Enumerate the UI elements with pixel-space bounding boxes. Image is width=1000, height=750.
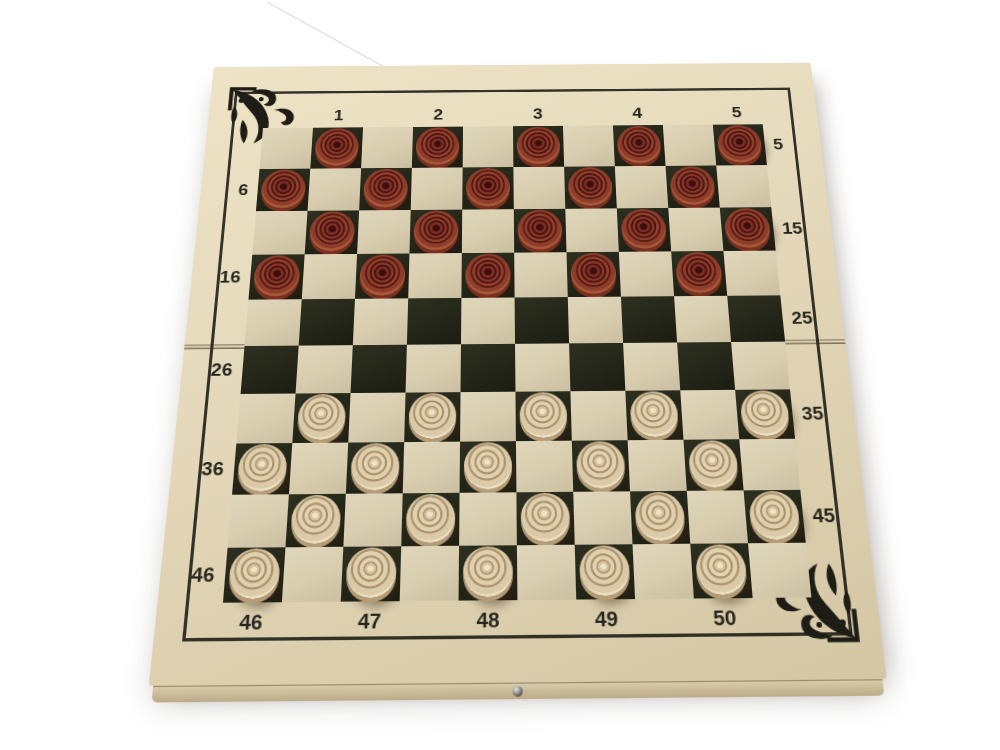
square-38[interactable]: [460, 441, 517, 493]
light-square: [668, 208, 723, 252]
light-square: [513, 167, 565, 210]
light-square: [663, 125, 716, 166]
light-white-piece[interactable]: [228, 548, 282, 599]
square-47[interactable]: [341, 546, 401, 601]
light-square: [565, 208, 619, 252]
light-square: [573, 491, 632, 544]
square-13[interactable]: [514, 209, 567, 253]
light-white-piece[interactable]: [463, 546, 513, 597]
square-43[interactable]: [516, 492, 574, 545]
light-square: [400, 546, 459, 601]
label-left-6: 6: [215, 181, 249, 200]
light-square: [462, 209, 514, 253]
light-square: [517, 545, 576, 600]
label-right-15: 15: [781, 219, 816, 238]
dark-red-piece[interactable]: [669, 166, 715, 205]
square-1[interactable]: [310, 127, 363, 168]
light-square: [460, 392, 516, 442]
square-50[interactable]: [690, 543, 752, 598]
square-10[interactable]: [666, 165, 720, 207]
dark-red-piece[interactable]: [568, 167, 613, 206]
light-square: [296, 345, 353, 393]
label-bottom-50: 50: [706, 606, 743, 631]
dark-red-piece[interactable]: [253, 255, 301, 297]
dark-red-piece[interactable]: [260, 169, 307, 208]
dark-red-piece[interactable]: [570, 253, 616, 295]
square-36[interactable]: [232, 443, 292, 495]
light-white-piece[interactable]: [406, 494, 456, 543]
label-left-16: 16: [206, 267, 241, 287]
light-white-piece[interactable]: [695, 544, 748, 595]
light-square: [687, 490, 748, 543]
square-5[interactable]: [713, 124, 767, 165]
dark-red-piece[interactable]: [465, 254, 510, 296]
draughts-board: 123454647484950616263646515253545: [149, 63, 887, 686]
light-square: [353, 298, 408, 345]
square-25[interactable]: [727, 295, 785, 342]
light-square: [680, 390, 739, 440]
square-7[interactable]: [359, 168, 412, 211]
label-bottom-46: 46: [232, 610, 269, 635]
light-white-piece[interactable]: [408, 393, 456, 439]
square-12[interactable]: [409, 210, 462, 254]
light-square: [406, 344, 461, 392]
dark-red-piece[interactable]: [517, 127, 561, 165]
light-square: [570, 391, 627, 441]
label-left-36: 36: [187, 458, 225, 481]
label-top-3: 3: [523, 105, 553, 123]
dark-red-piece[interactable]: [416, 127, 460, 165]
light-square: [563, 125, 615, 166]
light-square: [463, 126, 514, 167]
light-square: [674, 296, 731, 343]
light-square: [516, 441, 573, 493]
light-white-piece[interactable]: [748, 491, 801, 540]
light-white-piece[interactable]: [290, 495, 342, 544]
dark-red-piece[interactable]: [359, 254, 406, 296]
square-19[interactable]: [567, 252, 621, 297]
square-18[interactable]: [461, 253, 514, 298]
light-white-piece[interactable]: [576, 441, 626, 488]
light-white-piece[interactable]: [520, 392, 568, 438]
light-white-piece[interactable]: [464, 442, 512, 489]
square-4[interactable]: [613, 125, 666, 166]
light-square: [461, 298, 515, 345]
square-28[interactable]: [461, 344, 516, 392]
light-square: [259, 128, 312, 169]
light-square: [723, 251, 780, 296]
square-49[interactable]: [575, 544, 635, 599]
square-30[interactable]: [677, 342, 735, 390]
square-35[interactable]: [735, 389, 795, 439]
dark-red-piece[interactable]: [309, 211, 356, 251]
label-right-5: 5: [772, 135, 806, 153]
light-square: [343, 493, 402, 546]
label-top-4: 4: [622, 104, 652, 122]
square-31[interactable]: [292, 393, 350, 443]
square-23[interactable]: [515, 297, 569, 344]
dark-red-piece[interactable]: [466, 168, 510, 207]
square-26[interactable]: [241, 346, 299, 394]
light-white-piece[interactable]: [629, 391, 679, 437]
dark-red-piece[interactable]: [314, 128, 359, 166]
square-48[interactable]: [459, 545, 518, 600]
square-24[interactable]: [621, 296, 677, 343]
light-square: [628, 440, 687, 492]
square-20[interactable]: [671, 251, 727, 296]
light-square: [348, 393, 405, 443]
square-15[interactable]: [720, 207, 776, 251]
light-square: [514, 252, 568, 297]
light-square: [739, 439, 800, 491]
square-40[interactable]: [683, 439, 743, 491]
light-square: [302, 254, 357, 299]
light-white-piece[interactable]: [345, 547, 397, 598]
square-29[interactable]: [569, 343, 625, 391]
square-39[interactable]: [572, 440, 630, 492]
square-11[interactable]: [305, 210, 359, 254]
dark-red-piece[interactable]: [518, 210, 563, 250]
light-square: [716, 165, 771, 207]
label-right-35: 35: [801, 403, 838, 425]
dark-red-piece[interactable]: [617, 126, 662, 164]
light-white-piece[interactable]: [739, 390, 790, 436]
clasp-screw-icon: [513, 686, 523, 697]
square-17[interactable]: [355, 253, 409, 298]
light-square: [289, 443, 348, 495]
board-scene: 123454647484950616263646515253545: [185, 16, 845, 666]
square-44[interactable]: [630, 491, 690, 544]
square-34[interactable]: [625, 390, 683, 440]
square-3[interactable]: [513, 126, 564, 167]
square-41[interactable]: [285, 494, 345, 548]
square-21[interactable]: [299, 299, 355, 346]
label-bottom-48: 48: [470, 608, 505, 633]
light-square: [623, 342, 680, 390]
coordinate-labels: 123454647484950616263646515253545: [214, 63, 811, 67]
square-14[interactable]: [617, 208, 671, 252]
square-32[interactable]: [404, 392, 460, 442]
label-left-26: 26: [197, 359, 233, 380]
light-square: [357, 210, 411, 254]
light-square: [245, 299, 302, 346]
light-square: [615, 166, 668, 208]
dark-red-piece[interactable]: [621, 209, 667, 249]
label-right-45: 45: [811, 504, 850, 528]
square-6[interactable]: [256, 169, 310, 212]
dark-red-piece[interactable]: [675, 252, 723, 294]
square-37[interactable]: [346, 442, 404, 494]
dark-red-piece[interactable]: [363, 169, 408, 208]
light-white-piece[interactable]: [350, 443, 400, 490]
light-square: [252, 211, 307, 255]
light-square: [236, 394, 295, 444]
label-top-2: 2: [423, 106, 453, 124]
light-square: [408, 253, 462, 298]
dark-red-piece[interactable]: [724, 208, 772, 248]
light-square: [282, 547, 343, 602]
light-square: [411, 167, 463, 210]
label-top-1: 1: [323, 107, 354, 125]
square-16[interactable]: [248, 254, 304, 299]
light-square: [568, 297, 623, 344]
label-top-5: 5: [721, 104, 752, 122]
square-2[interactable]: [412, 127, 463, 168]
light-white-piece[interactable]: [688, 440, 739, 487]
square-45[interactable]: [744, 490, 806, 543]
label-left-46: 46: [176, 563, 215, 587]
label-bottom-49: 49: [588, 607, 624, 632]
light-square: [228, 494, 289, 548]
light-white-piece[interactable]: [579, 545, 631, 596]
square-46[interactable]: [223, 547, 286, 602]
dark-red-piece[interactable]: [413, 210, 458, 250]
square-9[interactable]: [564, 166, 617, 209]
squares-grid: [223, 124, 811, 602]
square-8[interactable]: [462, 167, 514, 210]
square-27[interactable]: [351, 345, 407, 393]
light-square: [459, 492, 517, 545]
label-right-25: 25: [791, 308, 827, 329]
square-22[interactable]: [407, 298, 462, 345]
light-square: [308, 168, 362, 211]
light-white-piece[interactable]: [634, 492, 686, 541]
light-white-piece[interactable]: [521, 493, 571, 542]
light-square: [619, 251, 674, 296]
light-square: [515, 343, 570, 391]
light-white-piece[interactable]: [297, 394, 347, 440]
label-bottom-47: 47: [351, 609, 387, 634]
light-white-piece[interactable]: [237, 444, 289, 492]
light-square: [748, 543, 811, 598]
light-square: [361, 127, 413, 168]
dark-red-piece[interactable]: [717, 125, 763, 163]
light-square: [403, 442, 460, 494]
light-square: [633, 544, 694, 599]
square-42[interactable]: [401, 493, 459, 546]
square-33[interactable]: [515, 391, 571, 441]
light-square: [731, 342, 790, 390]
